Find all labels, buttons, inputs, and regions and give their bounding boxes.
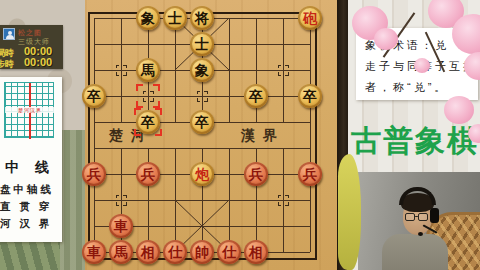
webcam-video <box>358 172 480 270</box>
xiangqi-piece-相[interactable]: 相 <box>136 240 160 264</box>
player-avatar[interactable] <box>3 28 15 40</box>
lesson-text-line: 直 贯 穿 <box>0 200 62 214</box>
xiangqi-piece-車[interactable]: 車 <box>82 240 106 264</box>
left-sidebar: 松之图 三级大师 局時 00:00 步時 00:00 楚河汉界 中 线 盘中轴线… <box>0 0 85 270</box>
avatar-body-icon <box>6 35 14 39</box>
headphones-band-icon <box>399 187 436 205</box>
xiangqi-piece-車[interactable]: 車 <box>109 214 133 238</box>
xiangqi-piece-兵[interactable]: 兵 <box>298 162 322 186</box>
xiangqi-piece-兵[interactable]: 兵 <box>244 162 268 186</box>
channel-title: 古普象棋 <box>351 121 480 162</box>
xiangqi-piece-士[interactable]: 士 <box>163 6 187 30</box>
bamboo-texture <box>58 130 85 270</box>
xiangqi-board[interactable]: 楚河 漢界 象士将砲士馬象卒卒卒卒卒兵兵炮兵兵車車馬相仕帥仕相 <box>85 0 337 270</box>
xiangqi-piece-卒[interactable]: 卒 <box>298 84 322 108</box>
xiangqi-piece-卒[interactable]: 卒 <box>244 84 268 108</box>
glasses-icon <box>405 213 430 222</box>
cherry-blossom-decoration <box>444 96 474 124</box>
cherry-blossom-decoration <box>414 58 430 73</box>
player-info-panel: 松之图 三级大师 局時 00:00 步時 00:00 <box>0 25 63 69</box>
glasses-left-lens <box>405 213 415 221</box>
xiangqi-piece-馬[interactable]: 馬 <box>136 58 160 82</box>
cherry-blossom-decoration <box>374 28 398 50</box>
river-label-han: 漢界 <box>241 127 287 143</box>
xiangqi-piece-仕[interactable]: 仕 <box>217 240 241 264</box>
xiangqi-piece-帥[interactable]: 帥 <box>190 240 214 264</box>
xiangqi-piece-相[interactable]: 相 <box>244 240 268 264</box>
move-clock-label: 步時 <box>0 58 14 71</box>
xiangqi-piece-士[interactable]: 士 <box>190 32 214 56</box>
mini-board-diagram: 楚河汉界 <box>4 82 54 138</box>
xiangqi-piece-象[interactable]: 象 <box>190 58 214 82</box>
move-clock-value: 00:00 <box>24 56 52 68</box>
microphone-icon <box>418 232 423 236</box>
lesson-text-line: 河 汉 界 <box>0 217 62 231</box>
leaf-decoration <box>338 154 361 270</box>
xiangqi-piece-卒[interactable]: 卒 <box>190 110 214 134</box>
xiangqi-piece-仕[interactable]: 仕 <box>163 240 187 264</box>
move-clock: 步時 00:00 <box>0 58 63 69</box>
xiangqi-piece-馬[interactable]: 馬 <box>109 240 133 264</box>
headphones-earcup-icon <box>430 208 439 223</box>
xiangqi-piece-炮[interactable]: 炮 <box>190 162 214 186</box>
right-panel: 象棋术语：兑 走子与同等子互换 者，称“兑”。 古普象棋 <box>337 0 480 270</box>
xiangqi-piece-卒[interactable]: 卒 <box>136 110 160 134</box>
xiangqi-piece-砲[interactable]: 砲 <box>298 6 322 30</box>
avatar-head-icon <box>8 31 12 35</box>
glasses-right-lens <box>418 213 428 221</box>
xiangqi-piece-兵[interactable]: 兵 <box>82 162 106 186</box>
xiangqi-piece-将[interactable]: 将 <box>190 6 214 30</box>
stream-screen: 松之图 三级大师 局時 00:00 步時 00:00 楚河汉界 中 线 盘中轴线… <box>0 0 480 270</box>
xiangqi-piece-兵[interactable]: 兵 <box>136 162 160 186</box>
lesson-title: 中 线 <box>0 159 62 177</box>
term-card-line: 者，称“兑”。 <box>365 77 478 98</box>
host-body <box>382 234 448 270</box>
lesson-card: 楚河汉界 中 线 盘中轴线 直 贯 穿 河 汉 界 <box>0 77 62 242</box>
bamboo-texture-bottom <box>0 238 60 270</box>
xiangqi-piece-卒[interactable]: 卒 <box>82 84 106 108</box>
mini-board-caption: 楚河汉界 <box>5 107 55 113</box>
xiangqi-piece-象[interactable]: 象 <box>136 6 160 30</box>
lesson-text-line: 盘中轴线 <box>0 183 62 197</box>
